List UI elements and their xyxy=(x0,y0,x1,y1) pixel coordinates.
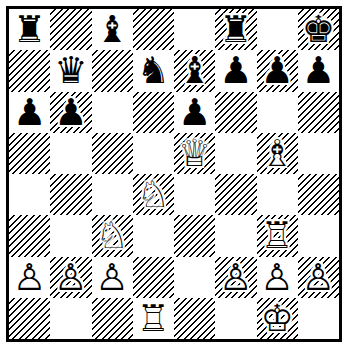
piece-black-queen-b7: ♛ xyxy=(54,50,87,91)
square-d1[interactable]: ♖ xyxy=(133,298,174,339)
square-c1[interactable] xyxy=(92,298,133,339)
square-e2[interactable] xyxy=(174,257,215,298)
square-g8[interactable] xyxy=(257,9,298,50)
chess-board: ♜♝♜♚♛♞♝♟♟♟♟♟♟♕♗♘♘♖♙♙♙♙♙♙♖♔ xyxy=(9,9,339,339)
piece-black-pawn-g7: ♟ xyxy=(261,50,294,91)
square-c4[interactable] xyxy=(92,174,133,215)
square-b7[interactable]: ♛ xyxy=(50,50,91,91)
square-d3[interactable] xyxy=(133,215,174,256)
square-g1[interactable]: ♔ xyxy=(257,298,298,339)
piece-white-rook-d1: ♖ xyxy=(137,298,170,339)
square-f3[interactable] xyxy=(215,215,256,256)
square-d8[interactable] xyxy=(133,9,174,50)
piece-white-pawn-b2: ♙ xyxy=(54,257,87,298)
square-e5[interactable]: ♕ xyxy=(174,133,215,174)
square-b3[interactable] xyxy=(50,215,91,256)
square-a4[interactable] xyxy=(9,174,50,215)
piece-white-queen-e5: ♕ xyxy=(178,133,211,174)
square-d6[interactable] xyxy=(133,92,174,133)
piece-black-knight-d7: ♞ xyxy=(137,50,170,91)
square-e8[interactable] xyxy=(174,9,215,50)
piece-black-rook-a8: ♜ xyxy=(13,9,46,50)
square-c6[interactable] xyxy=(92,92,133,133)
piece-black-bishop-c8: ♝ xyxy=(96,9,129,50)
piece-white-pawn-a2: ♙ xyxy=(13,257,46,298)
square-a8[interactable]: ♜ xyxy=(9,9,50,50)
piece-white-knight-c3: ♘ xyxy=(96,215,129,256)
piece-black-pawn-a6: ♟ xyxy=(13,92,46,133)
square-c7[interactable] xyxy=(92,50,133,91)
square-g5[interactable]: ♗ xyxy=(257,133,298,174)
square-g4[interactable] xyxy=(257,174,298,215)
square-c5[interactable] xyxy=(92,133,133,174)
square-h5[interactable] xyxy=(298,133,339,174)
piece-white-pawn-f2: ♙ xyxy=(219,257,252,298)
piece-black-pawn-b6: ♟ xyxy=(54,92,87,133)
square-b8[interactable] xyxy=(50,9,91,50)
square-c8[interactable]: ♝ xyxy=(92,9,133,50)
square-f1[interactable] xyxy=(215,298,256,339)
square-f8[interactable]: ♜ xyxy=(215,9,256,50)
piece-white-pawn-c2: ♙ xyxy=(96,257,129,298)
square-d2[interactable] xyxy=(133,257,174,298)
piece-black-pawn-h7: ♟ xyxy=(302,50,335,91)
square-e1[interactable] xyxy=(174,298,215,339)
square-g7[interactable]: ♟ xyxy=(257,50,298,91)
square-a1[interactable] xyxy=(9,298,50,339)
square-h4[interactable] xyxy=(298,174,339,215)
square-b6[interactable]: ♟ xyxy=(50,92,91,133)
piece-white-king-g1: ♔ xyxy=(261,298,294,339)
square-f7[interactable]: ♟ xyxy=(215,50,256,91)
square-f4[interactable] xyxy=(215,174,256,215)
square-a6[interactable]: ♟ xyxy=(9,92,50,133)
square-c3[interactable]: ♘ xyxy=(92,215,133,256)
square-e6[interactable]: ♟ xyxy=(174,92,215,133)
square-g3[interactable]: ♖ xyxy=(257,215,298,256)
square-b2[interactable]: ♙ xyxy=(50,257,91,298)
piece-black-pawn-f7: ♟ xyxy=(219,50,252,91)
square-b1[interactable] xyxy=(50,298,91,339)
square-g6[interactable] xyxy=(257,92,298,133)
square-h6[interactable] xyxy=(298,92,339,133)
square-c2[interactable]: ♙ xyxy=(92,257,133,298)
square-g2[interactable]: ♙ xyxy=(257,257,298,298)
square-f5[interactable] xyxy=(215,133,256,174)
square-e7[interactable]: ♝ xyxy=(174,50,215,91)
square-h8[interactable]: ♚ xyxy=(298,9,339,50)
square-f2[interactable]: ♙ xyxy=(215,257,256,298)
square-d5[interactable] xyxy=(133,133,174,174)
square-a2[interactable]: ♙ xyxy=(9,257,50,298)
piece-white-bishop-g5: ♗ xyxy=(261,133,294,174)
piece-black-king-h8: ♚ xyxy=(302,9,335,50)
square-a7[interactable] xyxy=(9,50,50,91)
square-b5[interactable] xyxy=(50,133,91,174)
square-f6[interactable] xyxy=(215,92,256,133)
square-b4[interactable] xyxy=(50,174,91,215)
square-d4[interactable]: ♘ xyxy=(133,174,174,215)
square-a3[interactable] xyxy=(9,215,50,256)
square-a5[interactable] xyxy=(9,133,50,174)
piece-black-bishop-e7: ♝ xyxy=(178,50,211,91)
square-h7[interactable]: ♟ xyxy=(298,50,339,91)
square-e4[interactable] xyxy=(174,174,215,215)
piece-black-rook-f8: ♜ xyxy=(219,9,252,50)
piece-black-pawn-e6: ♟ xyxy=(178,92,211,133)
square-h2[interactable]: ♙ xyxy=(298,257,339,298)
piece-white-pawn-g2: ♙ xyxy=(261,257,294,298)
square-h1[interactable] xyxy=(298,298,339,339)
piece-white-knight-d4: ♘ xyxy=(137,174,170,215)
piece-white-rook-g3: ♖ xyxy=(261,215,294,256)
square-e3[interactable] xyxy=(174,215,215,256)
square-h3[interactable] xyxy=(298,215,339,256)
square-d7[interactable]: ♞ xyxy=(133,50,174,91)
chess-board-frame: ♜♝♜♚♛♞♝♟♟♟♟♟♟♕♗♘♘♖♙♙♙♙♙♙♖♔ xyxy=(6,6,342,342)
piece-white-pawn-h2: ♙ xyxy=(302,257,335,298)
